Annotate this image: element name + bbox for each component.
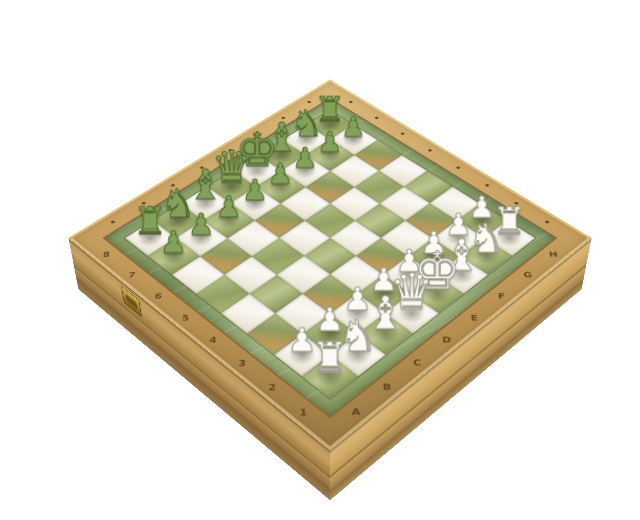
edge-dot — [427, 149, 432, 152]
edge-dot — [374, 116, 379, 119]
edge-dot — [544, 220, 550, 224]
piece-white-rook[interactable]: ♜ — [311, 337, 349, 379]
rank-label-7: 7 — [128, 271, 136, 279]
piece-green-pawn[interactable]: ♟ — [160, 227, 187, 257]
rank-label-2: 2 — [268, 382, 276, 392]
file-label-c: C — [413, 358, 422, 367]
scene: ABCDEFGH 12345678 ♜♟♟♜♞♟♟♞♝♟♟♝♚♟♟♚♛♟♟♛♝♟… — [0, 0, 640, 520]
rank-label-3: 3 — [238, 358, 246, 367]
file-label-g: G — [523, 271, 533, 279]
file-label-f: F — [497, 291, 505, 299]
piece-green-pawn[interactable]: ♟ — [188, 210, 215, 240]
file-label-d: D — [441, 335, 451, 344]
file-label-a: A — [352, 407, 361, 417]
edge-dot — [110, 220, 116, 224]
rank-label-6: 6 — [154, 291, 162, 299]
edge-dot — [400, 132, 405, 135]
edge-dot — [348, 100, 353, 103]
rank-label-8: 8 — [103, 250, 111, 258]
rank-label-4: 4 — [210, 335, 218, 344]
chess-box: ABCDEFGH 12345678 ♜♟♟♜♞♟♟♞♝♟♟♝♚♟♟♚♛♟♟♛♝♟… — [68, 79, 591, 450]
file-label-b: B — [383, 382, 392, 392]
edge-dot — [484, 183, 489, 187]
box-top-face: ABCDEFGH 12345678 ♜♟♟♜♞♟♟♞♝♟♟♝♚♟♟♚♛♟♟♛♝♟… — [68, 79, 591, 450]
file-label-e: E — [470, 313, 478, 322]
rank-label-1: 1 — [299, 407, 307, 417]
file-label-h: H — [548, 250, 558, 258]
edge-dot — [455, 166, 460, 169]
rank-label-5: 5 — [182, 313, 190, 322]
